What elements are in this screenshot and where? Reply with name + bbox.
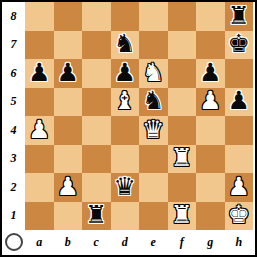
square-d1[interactable] (111, 202, 140, 231)
piece-black-king[interactable]: ♚ (228, 31, 250, 56)
square-e4[interactable]: ♛ (139, 116, 168, 145)
file-label-c: c (82, 230, 111, 255)
square-a3[interactable] (25, 145, 54, 174)
square-d2[interactable]: ♛ (111, 173, 140, 202)
square-b8[interactable] (54, 2, 83, 31)
square-e8[interactable] (139, 2, 168, 31)
rank-label-8: 8 (2, 2, 25, 31)
square-c8[interactable] (82, 2, 111, 31)
piece-white-king[interactable]: ♚ (228, 202, 250, 227)
square-g2[interactable] (196, 173, 225, 202)
square-h7[interactable]: ♚ (225, 31, 254, 60)
square-b1[interactable] (54, 202, 83, 231)
square-a8[interactable] (25, 2, 54, 31)
piece-white-queen[interactable]: ♛ (142, 117, 164, 142)
piece-black-queen[interactable]: ♛ (114, 174, 136, 199)
piece-white-rook[interactable]: ♜ (171, 202, 193, 227)
piece-white-knight[interactable]: ♞ (142, 60, 164, 85)
piece-black-pawn[interactable]: ♟ (57, 60, 79, 85)
rank-label-6: 6 (2, 59, 25, 88)
square-b5[interactable] (54, 88, 83, 117)
piece-black-pawn[interactable]: ♟ (228, 88, 250, 113)
square-c6[interactable] (82, 59, 111, 88)
rank-labels: 87654321 (2, 2, 25, 230)
square-f8[interactable] (168, 2, 197, 31)
square-a6[interactable]: ♟ (25, 59, 54, 88)
square-f7[interactable] (168, 31, 197, 60)
square-d5[interactable]: ♝ (111, 88, 140, 117)
board: ♜♞♚♟♟♟♞♟♝♞♟♟♟♛♜♟♛♟♜♜♚ (25, 2, 253, 230)
piece-white-pawn[interactable]: ♟ (57, 174, 79, 199)
square-h1[interactable]: ♚ (225, 202, 254, 231)
square-a4[interactable]: ♟ (25, 116, 54, 145)
piece-black-knight[interactable]: ♞ (114, 31, 136, 56)
rank-label-5: 5 (2, 88, 25, 117)
square-d3[interactable] (111, 145, 140, 174)
square-a1[interactable] (25, 202, 54, 231)
piece-black-rook[interactable]: ♜ (85, 202, 107, 227)
square-g1[interactable] (196, 202, 225, 231)
square-g7[interactable] (196, 31, 225, 60)
square-b7[interactable] (54, 31, 83, 60)
square-d7[interactable]: ♞ (111, 31, 140, 60)
square-e1[interactable] (139, 202, 168, 231)
square-g6[interactable]: ♟ (196, 59, 225, 88)
piece-black-pawn[interactable]: ♟ (28, 60, 50, 85)
square-c5[interactable] (82, 88, 111, 117)
square-f5[interactable] (168, 88, 197, 117)
piece-black-pawn[interactable]: ♟ (199, 60, 221, 85)
square-f4[interactable] (168, 116, 197, 145)
rank-label-7: 7 (2, 31, 25, 60)
square-a2[interactable] (25, 173, 54, 202)
file-label-a: a (25, 230, 54, 255)
piece-white-bishop[interactable]: ♝ (114, 88, 136, 113)
square-f2[interactable] (168, 173, 197, 202)
file-label-g: g (196, 230, 225, 255)
square-d6[interactable]: ♟ (111, 59, 140, 88)
square-h3[interactable] (225, 145, 254, 174)
rank-label-3: 3 (2, 145, 25, 174)
file-labels: abcdefgh (25, 230, 253, 255)
square-f3[interactable]: ♜ (168, 145, 197, 174)
square-c1[interactable]: ♜ (82, 202, 111, 231)
square-a5[interactable] (25, 88, 54, 117)
piece-white-pawn[interactable]: ♟ (228, 174, 250, 199)
piece-white-pawn[interactable]: ♟ (28, 117, 50, 142)
square-a7[interactable] (25, 31, 54, 60)
rank-label-2: 2 (2, 173, 25, 202)
piece-black-rook[interactable]: ♜ (228, 3, 250, 28)
piece-black-knight[interactable]: ♞ (142, 88, 164, 113)
file-label-d: d (111, 230, 140, 255)
square-d8[interactable] (111, 2, 140, 31)
square-e6[interactable]: ♞ (139, 59, 168, 88)
file-label-b: b (54, 230, 83, 255)
square-h4[interactable] (225, 116, 254, 145)
square-b3[interactable] (54, 145, 83, 174)
square-e7[interactable] (139, 31, 168, 60)
square-c7[interactable] (82, 31, 111, 60)
square-h6[interactable] (225, 59, 254, 88)
file-label-e: e (139, 230, 168, 255)
square-g8[interactable] (196, 2, 225, 31)
rank-label-4: 4 (2, 116, 25, 145)
square-g5[interactable]: ♟ (196, 88, 225, 117)
piece-white-pawn[interactable]: ♟ (199, 88, 221, 113)
square-b6[interactable]: ♟ (54, 59, 83, 88)
square-e2[interactable] (139, 173, 168, 202)
file-label-h: h (225, 230, 254, 255)
square-c2[interactable] (82, 173, 111, 202)
square-g4[interactable] (196, 116, 225, 145)
piece-black-pawn[interactable]: ♟ (114, 60, 136, 85)
square-h2[interactable]: ♟ (225, 173, 254, 202)
rank-label-1: 1 (2, 202, 25, 231)
piece-white-rook[interactable]: ♜ (171, 145, 193, 170)
square-h8[interactable]: ♜ (225, 2, 254, 31)
square-c3[interactable] (82, 145, 111, 174)
square-b2[interactable]: ♟ (54, 173, 83, 202)
file-label-f: f (168, 230, 197, 255)
square-c4[interactable] (82, 116, 111, 145)
square-e5[interactable]: ♞ (139, 88, 168, 117)
chess-diagram: 87654321 ♜♞♚♟♟♟♞♟♝♞♟♟♟♛♜♟♛♟♜♜♚ abcdefgh (0, 0, 257, 257)
square-f6[interactable] (168, 59, 197, 88)
square-e3[interactable] (139, 145, 168, 174)
side-to-move-indicator (5, 233, 23, 251)
square-d4[interactable] (111, 116, 140, 145)
square-h5[interactable]: ♟ (225, 88, 254, 117)
square-b4[interactable] (54, 116, 83, 145)
square-g3[interactable] (196, 145, 225, 174)
square-f1[interactable]: ♜ (168, 202, 197, 231)
